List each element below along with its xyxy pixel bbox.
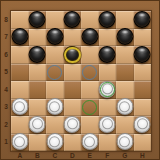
white-man-e1[interactable] [81,133,98,150]
rank-label-8: 8 [2,15,10,25]
square-a4[interactable] [11,81,29,99]
file-label-B: B [29,151,47,160]
square-e1[interactable] [81,134,99,152]
checkers-app: 87654321 ABCDEFGH [0,0,160,160]
square-c8[interactable] [46,11,64,29]
square-a6[interactable] [11,46,29,64]
rank-label-7: 7 [2,32,10,42]
black-man-d8[interactable] [64,11,81,28]
square-e5[interactable] [81,64,99,82]
square-d6[interactable] [64,46,82,64]
rank-label-6: 6 [2,50,10,60]
last-move-ring [100,82,115,97]
square-b5[interactable] [29,64,47,82]
square-b1[interactable] [29,134,47,152]
rank-label-2: 2 [2,120,10,130]
square-a3[interactable] [11,99,29,117]
black-man-f6[interactable] [99,46,116,63]
black-man-e7[interactable] [81,28,98,45]
square-e3[interactable] [81,99,99,117]
white-man-h2[interactable] [134,116,151,133]
rank-label-5: 5 [2,67,10,77]
square-c2[interactable] [46,116,64,134]
square-g6[interactable] [116,46,134,64]
square-g8[interactable] [116,11,134,29]
square-a7[interactable] [11,29,29,47]
square-d8[interactable] [64,11,82,29]
black-man-b8[interactable] [29,11,46,28]
square-f2[interactable] [99,116,117,134]
square-h8[interactable] [134,11,152,29]
square-c7[interactable] [46,29,64,47]
square-b8[interactable] [29,11,47,29]
file-label-F: F [99,151,117,160]
square-g5[interactable] [116,64,134,82]
file-label-E: E [81,151,99,160]
rank-label-3: 3 [2,102,10,112]
white-man-b2[interactable] [29,116,46,133]
white-man-g1[interactable] [116,133,133,150]
square-d4[interactable] [64,81,82,99]
square-b2[interactable] [29,116,47,134]
white-man-g3[interactable] [116,98,133,115]
square-h2[interactable] [134,116,152,134]
square-h7[interactable] [134,29,152,47]
square-h4[interactable] [134,81,152,99]
black-man-b6[interactable] [29,46,46,63]
move-target-ring [47,65,62,80]
black-man-f8[interactable] [99,11,116,28]
square-f7[interactable] [99,29,117,47]
square-d2[interactable] [64,116,82,134]
square-c1[interactable] [46,134,64,152]
rank-label-1: 1 [2,137,10,147]
square-f3[interactable] [99,99,117,117]
square-f1[interactable] [99,134,117,152]
selection-ring [64,47,81,64]
square-c5[interactable] [46,64,64,82]
square-d3[interactable] [64,99,82,117]
square-f8[interactable] [99,11,117,29]
black-man-g7[interactable] [116,28,133,45]
file-label-C: C [46,151,64,160]
white-man-a1[interactable] [11,133,28,150]
square-f4[interactable] [99,81,117,99]
last-move-ring [82,100,97,115]
square-b6[interactable] [29,46,47,64]
white-man-d2[interactable] [64,116,81,133]
square-g1[interactable] [116,134,134,152]
square-b4[interactable] [29,81,47,99]
white-man-a3[interactable] [11,98,28,115]
square-e6[interactable] [81,46,99,64]
square-b3[interactable] [29,99,47,117]
square-g7[interactable] [116,29,134,47]
square-f5[interactable] [99,64,117,82]
white-man-c3[interactable] [46,98,63,115]
square-g4[interactable] [116,81,134,99]
square-f6[interactable] [99,46,117,64]
black-man-a7[interactable] [11,28,28,45]
black-man-h6[interactable] [134,46,151,63]
square-c4[interactable] [46,81,64,99]
file-label-G: G [116,151,134,160]
white-man-f2[interactable] [99,116,116,133]
square-d5[interactable] [64,64,82,82]
black-man-h8[interactable] [134,11,151,28]
file-label-D: D [64,151,82,160]
square-e2[interactable] [81,116,99,134]
square-a8[interactable] [11,11,29,29]
move-target-ring [82,65,97,80]
square-b7[interactable] [29,29,47,47]
square-c3[interactable] [46,99,64,117]
black-man-c7[interactable] [46,28,63,45]
square-g3[interactable] [116,99,134,117]
square-e4[interactable] [81,81,99,99]
square-h3[interactable] [134,99,152,117]
square-h6[interactable] [134,46,152,64]
square-c6[interactable] [46,46,64,64]
file-label-H: H [134,151,152,160]
square-d7[interactable] [64,29,82,47]
rank-label-4: 4 [2,85,10,95]
square-g2[interactable] [116,116,134,134]
square-a5[interactable] [11,64,29,82]
square-a2[interactable] [11,116,29,134]
square-e8[interactable] [81,11,99,29]
square-a1[interactable] [11,134,29,152]
file-label-A: A [11,151,29,160]
square-e7[interactable] [81,29,99,47]
square-d1[interactable] [64,134,82,152]
square-h5[interactable] [134,64,152,82]
white-man-c1[interactable] [46,133,63,150]
board [11,11,151,151]
square-h1[interactable] [134,134,152,152]
